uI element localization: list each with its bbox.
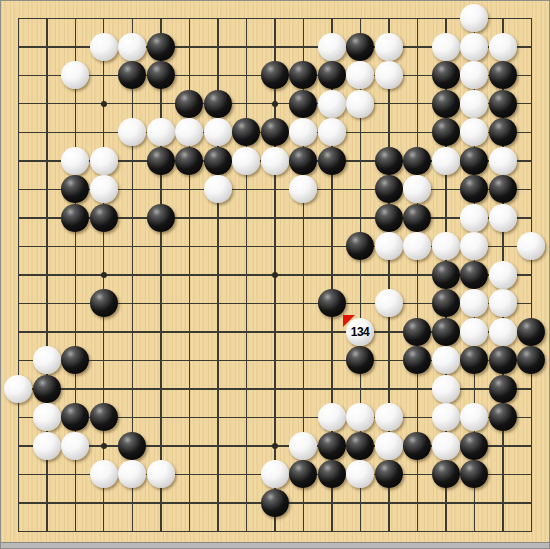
intersection[interactable] [317, 460, 346, 489]
intersection[interactable] [32, 203, 61, 232]
intersection[interactable] [460, 260, 489, 289]
intersection[interactable] [175, 460, 204, 489]
intersection[interactable] [175, 4, 204, 33]
intersection[interactable] [488, 488, 517, 517]
intersection[interactable] [61, 232, 90, 261]
intersection[interactable] [32, 374, 61, 403]
intersection[interactable] [260, 403, 289, 432]
intersection[interactable] [4, 431, 33, 460]
intersection[interactable] [374, 488, 403, 517]
intersection[interactable] [374, 118, 403, 147]
intersection[interactable] [517, 346, 546, 375]
intersection[interactable] [289, 431, 318, 460]
intersection[interactable] [460, 118, 489, 147]
intersection[interactable] [517, 89, 546, 118]
intersection[interactable] [175, 260, 204, 289]
intersection[interactable] [118, 146, 147, 175]
intersection[interactable] [61, 403, 90, 432]
intersection[interactable] [175, 317, 204, 346]
intersection[interactable] [4, 260, 33, 289]
intersection[interactable] [289, 232, 318, 261]
intersection[interactable] [346, 431, 375, 460]
intersection[interactable] [118, 203, 147, 232]
intersection[interactable] [346, 403, 375, 432]
intersection[interactable] [374, 260, 403, 289]
intersection[interactable] [260, 289, 289, 318]
intersection[interactable] [317, 203, 346, 232]
intersection[interactable] [289, 317, 318, 346]
intersection[interactable] [403, 4, 432, 33]
intersection[interactable] [517, 232, 546, 261]
intersection[interactable] [488, 346, 517, 375]
intersection[interactable]: 134 [346, 317, 375, 346]
intersection[interactable] [403, 517, 432, 546]
intersection[interactable] [346, 346, 375, 375]
intersection[interactable] [488, 32, 517, 61]
intersection[interactable] [89, 61, 118, 90]
intersection[interactable] [232, 317, 261, 346]
intersection[interactable] [460, 203, 489, 232]
go-board[interactable]: 134 [0, 0, 550, 549]
intersection[interactable] [4, 61, 33, 90]
intersection[interactable] [146, 517, 175, 546]
intersection[interactable] [232, 517, 261, 546]
intersection[interactable] [61, 89, 90, 118]
intersection[interactable] [374, 317, 403, 346]
intersection[interactable] [61, 203, 90, 232]
intersection[interactable] [431, 118, 460, 147]
intersection[interactable] [317, 232, 346, 261]
intersection[interactable] [146, 346, 175, 375]
intersection[interactable] [374, 289, 403, 318]
intersection[interactable] [4, 403, 33, 432]
intersection[interactable] [146, 460, 175, 489]
intersection[interactable] [517, 317, 546, 346]
intersection[interactable] [460, 460, 489, 489]
intersection[interactable] [403, 260, 432, 289]
intersection[interactable] [32, 289, 61, 318]
intersection[interactable] [460, 374, 489, 403]
intersection[interactable] [32, 146, 61, 175]
intersection[interactable] [260, 4, 289, 33]
intersection[interactable] [460, 403, 489, 432]
intersection[interactable] [175, 517, 204, 546]
intersection[interactable] [317, 488, 346, 517]
intersection[interactable] [289, 374, 318, 403]
intersection[interactable] [403, 488, 432, 517]
intersection[interactable] [89, 431, 118, 460]
intersection[interactable] [4, 374, 33, 403]
intersection[interactable] [460, 488, 489, 517]
intersection[interactable] [4, 488, 33, 517]
intersection[interactable] [346, 118, 375, 147]
intersection[interactable] [488, 517, 517, 546]
intersection[interactable] [460, 517, 489, 546]
intersection[interactable] [260, 374, 289, 403]
intersection[interactable] [118, 431, 147, 460]
intersection[interactable] [317, 403, 346, 432]
intersection[interactable] [317, 146, 346, 175]
intersection[interactable] [260, 488, 289, 517]
intersection[interactable] [289, 289, 318, 318]
intersection[interactable] [32, 260, 61, 289]
intersection[interactable] [289, 4, 318, 33]
intersection[interactable] [89, 89, 118, 118]
intersection[interactable] [32, 4, 61, 33]
intersection[interactable] [517, 61, 546, 90]
intersection[interactable] [61, 488, 90, 517]
intersection[interactable] [32, 431, 61, 460]
intersection[interactable] [4, 89, 33, 118]
intersection[interactable] [89, 203, 118, 232]
intersection[interactable] [289, 260, 318, 289]
intersection[interactable] [346, 460, 375, 489]
intersection[interactable] [431, 346, 460, 375]
intersection[interactable] [517, 32, 546, 61]
intersection[interactable] [488, 260, 517, 289]
intersection[interactable] [517, 260, 546, 289]
intersection[interactable] [260, 517, 289, 546]
intersection[interactable] [431, 146, 460, 175]
intersection[interactable] [431, 517, 460, 546]
intersection[interactable] [175, 289, 204, 318]
intersection[interactable] [175, 488, 204, 517]
intersection[interactable] [403, 374, 432, 403]
intersection[interactable] [488, 203, 517, 232]
intersection[interactable] [488, 175, 517, 204]
intersection[interactable] [517, 146, 546, 175]
intersection[interactable] [289, 488, 318, 517]
intersection[interactable] [175, 403, 204, 432]
intersection[interactable] [175, 32, 204, 61]
intersection[interactable] [346, 61, 375, 90]
intersection[interactable] [89, 4, 118, 33]
intersection[interactable] [203, 403, 232, 432]
intersection[interactable] [146, 289, 175, 318]
intersection[interactable] [118, 460, 147, 489]
intersection[interactable] [175, 232, 204, 261]
intersection[interactable] [517, 374, 546, 403]
intersection[interactable] [260, 175, 289, 204]
intersection[interactable] [232, 232, 261, 261]
intersection[interactable] [260, 32, 289, 61]
intersection[interactable] [203, 260, 232, 289]
intersection[interactable] [403, 431, 432, 460]
intersection[interactable] [4, 32, 33, 61]
intersection[interactable] [32, 317, 61, 346]
intersection[interactable] [4, 203, 33, 232]
intersection[interactable] [61, 317, 90, 346]
intersection[interactable] [431, 317, 460, 346]
intersection[interactable] [431, 89, 460, 118]
intersection[interactable] [346, 517, 375, 546]
intersection[interactable] [403, 175, 432, 204]
intersection[interactable] [89, 374, 118, 403]
intersection[interactable] [260, 460, 289, 489]
intersection[interactable] [346, 374, 375, 403]
intersection[interactable] [203, 203, 232, 232]
intersection[interactable] [232, 146, 261, 175]
intersection[interactable] [146, 32, 175, 61]
intersection[interactable] [460, 61, 489, 90]
intersection[interactable] [232, 488, 261, 517]
intersection[interactable] [289, 460, 318, 489]
intersection[interactable] [118, 260, 147, 289]
intersection[interactable] [118, 175, 147, 204]
intersection[interactable] [260, 232, 289, 261]
intersection[interactable] [203, 118, 232, 147]
intersection[interactable] [403, 146, 432, 175]
intersection[interactable] [517, 488, 546, 517]
intersection[interactable] [175, 431, 204, 460]
intersection[interactable] [403, 403, 432, 432]
intersection[interactable] [4, 232, 33, 261]
intersection[interactable] [175, 89, 204, 118]
intersection[interactable] [61, 374, 90, 403]
intersection[interactable] [118, 488, 147, 517]
intersection[interactable] [431, 403, 460, 432]
intersection[interactable] [260, 61, 289, 90]
intersection[interactable] [4, 317, 33, 346]
intersection[interactable] [118, 32, 147, 61]
intersection[interactable] [488, 4, 517, 33]
intersection[interactable] [403, 118, 432, 147]
intersection[interactable] [317, 4, 346, 33]
intersection[interactable] [232, 346, 261, 375]
intersection[interactable] [403, 89, 432, 118]
intersection[interactable] [431, 460, 460, 489]
intersection[interactable] [346, 32, 375, 61]
intersection[interactable] [89, 517, 118, 546]
intersection[interactable] [488, 431, 517, 460]
intersection[interactable] [374, 346, 403, 375]
intersection[interactable] [260, 146, 289, 175]
intersection[interactable] [32, 346, 61, 375]
intersection[interactable] [61, 517, 90, 546]
intersection[interactable] [374, 232, 403, 261]
intersection[interactable] [488, 146, 517, 175]
intersection[interactable] [61, 346, 90, 375]
intersection[interactable] [203, 317, 232, 346]
intersection[interactable] [232, 431, 261, 460]
intersection[interactable] [89, 289, 118, 318]
intersection[interactable] [289, 517, 318, 546]
intersection[interactable] [203, 346, 232, 375]
intersection[interactable] [260, 317, 289, 346]
intersection[interactable] [403, 32, 432, 61]
intersection[interactable] [89, 175, 118, 204]
intersection[interactable] [118, 374, 147, 403]
intersection[interactable] [488, 317, 517, 346]
intersection[interactable] [118, 89, 147, 118]
intersection[interactable] [488, 403, 517, 432]
intersection[interactable] [460, 346, 489, 375]
intersection[interactable] [61, 431, 90, 460]
intersection[interactable] [203, 517, 232, 546]
intersection[interactable] [317, 289, 346, 318]
intersection[interactable] [289, 175, 318, 204]
intersection[interactable] [460, 431, 489, 460]
intersection[interactable] [89, 460, 118, 489]
intersection[interactable] [374, 146, 403, 175]
intersection[interactable] [260, 89, 289, 118]
intersection[interactable] [260, 260, 289, 289]
intersection[interactable] [118, 346, 147, 375]
intersection[interactable] [346, 289, 375, 318]
intersection[interactable] [146, 374, 175, 403]
intersection[interactable] [32, 403, 61, 432]
intersection[interactable] [403, 317, 432, 346]
intersection[interactable] [89, 403, 118, 432]
intersection[interactable] [346, 4, 375, 33]
intersection[interactable] [403, 203, 432, 232]
intersection[interactable] [346, 488, 375, 517]
intersection[interactable] [146, 403, 175, 432]
intersection[interactable] [431, 32, 460, 61]
intersection[interactable] [61, 32, 90, 61]
intersection[interactable] [488, 118, 517, 147]
intersection[interactable] [317, 175, 346, 204]
intersection[interactable] [431, 431, 460, 460]
intersection[interactable] [89, 232, 118, 261]
intersection[interactable] [61, 146, 90, 175]
intersection[interactable] [431, 260, 460, 289]
intersection[interactable] [460, 146, 489, 175]
intersection[interactable] [175, 203, 204, 232]
intersection[interactable] [346, 175, 375, 204]
intersection[interactable] [346, 89, 375, 118]
intersection[interactable] [203, 374, 232, 403]
intersection[interactable] [517, 431, 546, 460]
intersection[interactable] [146, 260, 175, 289]
intersection[interactable] [232, 175, 261, 204]
intersection[interactable] [32, 175, 61, 204]
intersection[interactable] [488, 89, 517, 118]
intersection[interactable] [317, 431, 346, 460]
intersection[interactable] [232, 374, 261, 403]
intersection[interactable] [32, 517, 61, 546]
intersection[interactable] [403, 289, 432, 318]
intersection[interactable] [317, 32, 346, 61]
intersection[interactable] [118, 403, 147, 432]
intersection[interactable] [289, 61, 318, 90]
intersection[interactable] [431, 175, 460, 204]
intersection[interactable] [517, 460, 546, 489]
intersection[interactable] [61, 61, 90, 90]
intersection[interactable] [146, 89, 175, 118]
intersection[interactable] [317, 89, 346, 118]
intersection[interactable] [374, 4, 403, 33]
intersection[interactable] [460, 317, 489, 346]
intersection[interactable] [232, 32, 261, 61]
intersection[interactable] [175, 118, 204, 147]
intersection[interactable] [346, 203, 375, 232]
intersection[interactable] [146, 431, 175, 460]
intersection[interactable] [317, 374, 346, 403]
intersection[interactable] [146, 488, 175, 517]
intersection[interactable] [317, 346, 346, 375]
intersection[interactable] [488, 289, 517, 318]
intersection[interactable] [403, 61, 432, 90]
intersection[interactable] [403, 346, 432, 375]
intersection[interactable] [460, 4, 489, 33]
intersection[interactable] [146, 203, 175, 232]
intersection[interactable] [32, 232, 61, 261]
intersection[interactable] [289, 146, 318, 175]
intersection[interactable] [488, 61, 517, 90]
intersection[interactable] [346, 146, 375, 175]
intersection[interactable] [175, 346, 204, 375]
intersection[interactable] [32, 118, 61, 147]
intersection[interactable] [517, 203, 546, 232]
intersection[interactable] [431, 289, 460, 318]
intersection[interactable] [260, 203, 289, 232]
intersection[interactable] [61, 118, 90, 147]
intersection[interactable] [4, 146, 33, 175]
intersection[interactable] [374, 374, 403, 403]
intersection[interactable] [374, 403, 403, 432]
intersection[interactable] [460, 232, 489, 261]
intersection[interactable] [431, 488, 460, 517]
intersection[interactable] [289, 403, 318, 432]
intersection[interactable] [89, 346, 118, 375]
intersection[interactable] [4, 346, 33, 375]
intersection[interactable] [517, 175, 546, 204]
intersection[interactable] [517, 289, 546, 318]
intersection[interactable] [32, 89, 61, 118]
intersection[interactable] [374, 32, 403, 61]
intersection[interactable] [460, 32, 489, 61]
intersection[interactable] [374, 431, 403, 460]
intersection[interactable] [232, 260, 261, 289]
intersection[interactable] [4, 517, 33, 546]
intersection[interactable] [317, 118, 346, 147]
intersection[interactable] [203, 289, 232, 318]
intersection[interactable] [61, 260, 90, 289]
intersection[interactable] [32, 61, 61, 90]
intersection[interactable] [232, 403, 261, 432]
intersection[interactable] [517, 4, 546, 33]
intersection[interactable] [203, 61, 232, 90]
intersection[interactable] [431, 232, 460, 261]
intersection[interactable] [4, 175, 33, 204]
intersection[interactable] [89, 488, 118, 517]
intersection[interactable] [232, 460, 261, 489]
intersection[interactable] [32, 32, 61, 61]
intersection[interactable] [89, 317, 118, 346]
intersection[interactable] [488, 232, 517, 261]
intersection[interactable] [203, 89, 232, 118]
intersection[interactable] [517, 403, 546, 432]
intersection[interactable] [232, 203, 261, 232]
intersection[interactable] [317, 260, 346, 289]
intersection[interactable] [89, 260, 118, 289]
intersection[interactable] [32, 488, 61, 517]
intersection[interactable] [232, 61, 261, 90]
intersection[interactable] [517, 118, 546, 147]
intersection[interactable] [4, 289, 33, 318]
intersection[interactable] [118, 4, 147, 33]
intersection[interactable] [89, 118, 118, 147]
intersection[interactable] [118, 61, 147, 90]
intersection[interactable] [260, 118, 289, 147]
intersection[interactable] [89, 32, 118, 61]
intersection[interactable] [118, 118, 147, 147]
intersection[interactable] [4, 460, 33, 489]
intersection[interactable] [175, 61, 204, 90]
intersection[interactable] [460, 89, 489, 118]
intersection[interactable] [146, 61, 175, 90]
